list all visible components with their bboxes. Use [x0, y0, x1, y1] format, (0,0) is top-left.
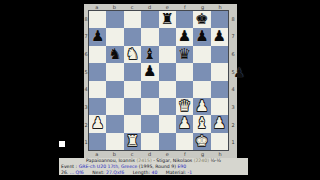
square-g4[interactable] [193, 81, 210, 98]
square-f5[interactable] [176, 63, 193, 80]
square-b3[interactable] [106, 98, 123, 115]
square-b8[interactable] [106, 11, 123, 28]
board-frame: abcdefgh abcdefgh 87654321 87654321 ♜♚♟♟… [84, 4, 237, 158]
square-b7[interactable] [106, 28, 123, 45]
square-f1[interactable] [176, 133, 193, 150]
black-bishop-piece: ♝ [141, 46, 158, 63]
square-a7[interactable]: ♟ [89, 28, 106, 45]
square-a6[interactable] [89, 46, 106, 63]
file-label-f: f [176, 151, 194, 158]
file-label-a: a [88, 151, 106, 158]
last-move: 26. ... Qf6 [61, 170, 84, 175]
square-c3[interactable] [124, 98, 141, 115]
square-a8[interactable] [89, 11, 106, 28]
file-label-g: g [194, 151, 212, 158]
black-pawn-piece: ♟ [211, 28, 228, 45]
square-g2[interactable]: ♝ [193, 115, 210, 132]
square-g6[interactable] [193, 46, 210, 63]
square-g8[interactable]: ♚ [193, 11, 210, 28]
square-b1[interactable] [106, 133, 123, 150]
square-e5[interactable] [159, 63, 176, 80]
square-f8[interactable] [176, 11, 193, 28]
square-g7[interactable]: ♟ [193, 28, 210, 45]
square-h4[interactable] [211, 81, 228, 98]
black-pawn-piece: ♟ [89, 28, 106, 45]
square-h1[interactable] [211, 133, 228, 150]
eco-code: E90 [177, 164, 186, 169]
square-f3[interactable]: ♛ [176, 98, 193, 115]
black-pawn-piece: ♟ [193, 28, 210, 45]
square-h8[interactable] [211, 11, 228, 28]
square-a2[interactable]: ♟ [89, 115, 106, 132]
square-e8[interactable]: ♜ [159, 11, 176, 28]
square-c6[interactable]: ♞ [124, 46, 141, 63]
square-f7[interactable]: ♟ [176, 28, 193, 45]
square-c1[interactable]: ♜ [124, 133, 141, 150]
black-king-piece: ♚ [193, 11, 210, 28]
square-b2[interactable] [106, 115, 123, 132]
black-pawn-piece: ♟ [176, 28, 193, 45]
square-c5[interactable] [124, 63, 141, 80]
square-e4[interactable] [159, 81, 176, 98]
square-f2[interactable]: ♟ [176, 115, 193, 132]
white-pawn-piece: ♟ [193, 98, 210, 115]
square-b4[interactable] [106, 81, 123, 98]
file-label-e: e [159, 151, 177, 158]
file-labels-bottom: abcdefgh [88, 151, 229, 158]
white-pawn-piece: ♟ [211, 115, 228, 132]
material-indicator-black-pawn-icon: ♟ [232, 65, 246, 81]
square-a4[interactable] [89, 81, 106, 98]
players-separator: - [153, 158, 155, 163]
square-f6[interactable]: ♛ [176, 46, 193, 63]
square-d4[interactable] [141, 81, 158, 98]
event-label: Event : [61, 164, 77, 169]
white-pawn-piece: ♟ [89, 115, 106, 132]
square-c8[interactable] [124, 11, 141, 28]
square-e7[interactable] [159, 28, 176, 45]
square-d6[interactable]: ♝ [141, 46, 158, 63]
black-pawn-piece: ♟ [141, 63, 158, 80]
square-h6[interactable] [211, 46, 228, 63]
square-a1[interactable] [89, 133, 106, 150]
square-h3[interactable] [211, 98, 228, 115]
square-d2[interactable] [141, 115, 158, 132]
square-f4[interactable] [176, 81, 193, 98]
file-label-h: h [211, 151, 229, 158]
game-info-panel: Papaioannou, Ioannis (2415) - Stigar, Ni… [59, 158, 248, 175]
square-e3[interactable] [159, 98, 176, 115]
black-player-rating: (2240) [194, 158, 209, 163]
white-player-rating: (2415) [136, 158, 151, 163]
rank-label-1: 1 [229, 133, 237, 151]
square-a5[interactable] [89, 63, 106, 80]
square-d3[interactable] [141, 98, 158, 115]
square-d8[interactable] [141, 11, 158, 28]
square-h7[interactable]: ♟ [211, 28, 228, 45]
file-label-d: d [141, 151, 159, 158]
game-result: ½-½ [210, 158, 221, 163]
square-e1[interactable] [159, 133, 176, 150]
black-queen-piece: ♛ [176, 46, 193, 63]
black-player-name: Stigar, Nikolaos [156, 158, 192, 163]
square-e6[interactable] [159, 46, 176, 63]
white-bishop-piece: ♝ [193, 115, 210, 132]
black-rook-piece: ♜ [159, 11, 176, 28]
square-d7[interactable] [141, 28, 158, 45]
file-label-b: b [106, 151, 124, 158]
next-move: Next: 27.Qxf6 [92, 170, 124, 175]
rank-label-3: 3 [229, 98, 237, 116]
square-b5[interactable] [106, 63, 123, 80]
square-d5[interactable]: ♟ [141, 63, 158, 80]
square-g1[interactable]: ♚ [193, 133, 210, 150]
white-knight-piece: ♞ [124, 46, 141, 63]
square-c2[interactable] [124, 115, 141, 132]
square-h5[interactable] [211, 63, 228, 80]
white-pawn-piece: ♟ [176, 115, 193, 132]
rank-label-7: 7 [229, 28, 237, 46]
material-balance: Material: -1 [166, 170, 192, 175]
square-a3[interactable] [89, 98, 106, 115]
board: ♜♚♟♟♟♟♞♞♝♛♟♛♟♟♟♝♟♜♚ [88, 10, 229, 151]
video-frame: abcdefgh abcdefgh 87654321 87654321 ♜♚♟♟… [0, 0, 320, 180]
white-dot [59, 141, 65, 147]
rank-label-2: 2 [229, 116, 237, 134]
white-player-name: Papaioannou, Ioannis [86, 158, 135, 163]
rank-label-4: 4 [229, 81, 237, 99]
square-c7[interactable] [124, 28, 141, 45]
rank-label-8: 8 [229, 10, 237, 28]
square-h2[interactable]: ♟ [211, 115, 228, 132]
game-length: Length: 40 [133, 170, 158, 175]
event-detail: (1995, Round 9) [139, 164, 176, 169]
rank-label-6: 6 [229, 45, 237, 63]
square-g5[interactable] [193, 63, 210, 80]
square-c4[interactable] [124, 81, 141, 98]
square-b6[interactable]: ♞ [106, 46, 123, 63]
file-label-c: c [123, 151, 141, 158]
square-e2[interactable] [159, 115, 176, 132]
event-name-link: GRE-ch U20 17th, Greece [79, 164, 138, 169]
black-knight-piece: ♞ [106, 46, 123, 63]
white-queen-piece: ♛ [176, 98, 193, 115]
moves-line: 26. ... Qf6 Next: 27.Qxf6 Length: 40 Mat… [59, 170, 248, 176]
white-king-piece: ♚ [193, 133, 210, 150]
white-rook-piece: ♜ [124, 133, 141, 150]
square-d1[interactable] [141, 133, 158, 150]
square-g3[interactable]: ♟ [193, 98, 210, 115]
